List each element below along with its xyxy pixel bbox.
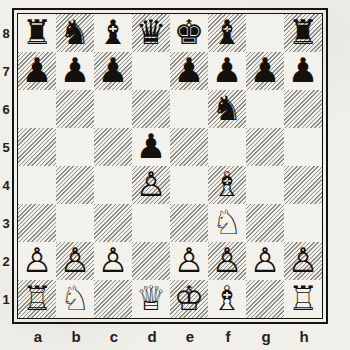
square-d5: ♟	[132, 128, 170, 166]
rank-label-2: 2	[0, 243, 12, 281]
file-labels: a b c d e f g h	[19, 328, 323, 346]
square-b1: ♘	[56, 280, 94, 318]
square-g6	[246, 90, 284, 128]
piece-black-pawn: ♟	[288, 53, 318, 87]
square-c4	[94, 166, 132, 204]
file-label-b: b	[57, 328, 95, 346]
square-c7: ♟	[94, 52, 132, 90]
piece-black-pawn: ♟	[60, 53, 90, 87]
square-f3: ♘	[208, 204, 246, 242]
file-label-d: d	[133, 328, 171, 346]
piece-white-pawn: ♙	[174, 243, 204, 277]
square-f7: ♟	[208, 52, 246, 90]
square-h4	[284, 166, 322, 204]
piece-black-pawn: ♟	[136, 129, 166, 163]
chess-board: ♜♞♝♛♚♝♜♟♟♟♟♟♟♟♞♟♙♗♘♙♙♙♙♙♙♙♖♘♕♔♗♖	[12, 8, 328, 324]
square-d7	[132, 52, 170, 90]
piece-white-pawn: ♙	[98, 243, 128, 277]
file-label-a: a	[19, 328, 57, 346]
file-label-c: c	[95, 328, 133, 346]
square-d8: ♛	[132, 14, 170, 52]
square-b4	[56, 166, 94, 204]
piece-black-bishop: ♝	[212, 15, 242, 49]
square-h2: ♙	[284, 242, 322, 280]
board-inner-frame: ♜♞♝♛♚♝♜♟♟♟♟♟♟♟♞♟♙♗♘♙♙♙♙♙♙♙♖♘♕♔♗♖	[17, 13, 323, 319]
rank-label-8: 8	[0, 15, 12, 53]
square-f5	[208, 128, 246, 166]
piece-black-pawn: ♟	[98, 53, 128, 87]
square-a4	[18, 166, 56, 204]
square-h6	[284, 90, 322, 128]
square-e1: ♔	[170, 280, 208, 318]
square-e5	[170, 128, 208, 166]
piece-white-queen: ♕	[136, 281, 166, 315]
square-a2: ♙	[18, 242, 56, 280]
square-a8: ♜	[18, 14, 56, 52]
square-a3	[18, 204, 56, 242]
piece-white-pawn: ♙	[250, 243, 280, 277]
square-g5	[246, 128, 284, 166]
rank-labels: 8 7 6 5 4 3 2 1	[0, 15, 12, 319]
square-d2	[132, 242, 170, 280]
file-label-f: f	[209, 328, 247, 346]
square-b3	[56, 204, 94, 242]
piece-black-queen: ♛	[136, 15, 166, 49]
board-grid: ♜♞♝♛♚♝♜♟♟♟♟♟♟♟♞♟♙♗♘♙♙♙♙♙♙♙♖♘♕♔♗♖	[18, 14, 322, 318]
piece-black-knight: ♞	[60, 15, 90, 49]
file-label-e: e	[171, 328, 209, 346]
square-d3	[132, 204, 170, 242]
piece-white-pawn: ♙	[288, 243, 318, 277]
square-e7: ♟	[170, 52, 208, 90]
square-h1: ♖	[284, 280, 322, 318]
piece-black-rook: ♜	[22, 15, 52, 49]
rank-label-3: 3	[0, 205, 12, 243]
square-f6: ♞	[208, 90, 246, 128]
square-c8: ♝	[94, 14, 132, 52]
square-g2: ♙	[246, 242, 284, 280]
piece-white-knight: ♘	[60, 281, 90, 315]
square-d6	[132, 90, 170, 128]
square-f1: ♗	[208, 280, 246, 318]
square-c5	[94, 128, 132, 166]
square-a5	[18, 128, 56, 166]
square-g8	[246, 14, 284, 52]
piece-white-pawn: ♙	[136, 167, 166, 201]
square-c1	[94, 280, 132, 318]
piece-white-rook: ♖	[288, 281, 318, 315]
square-b7: ♟	[56, 52, 94, 90]
square-d4: ♙	[132, 166, 170, 204]
square-g7: ♟	[246, 52, 284, 90]
square-e2: ♙	[170, 242, 208, 280]
square-c3	[94, 204, 132, 242]
piece-white-bishop: ♗	[212, 281, 242, 315]
piece-black-bishop: ♝	[98, 15, 128, 49]
piece-white-pawn: ♙	[60, 243, 90, 277]
file-label-g: g	[247, 328, 285, 346]
piece-white-knight: ♘	[212, 205, 242, 239]
square-c2: ♙	[94, 242, 132, 280]
square-b8: ♞	[56, 14, 94, 52]
piece-white-pawn: ♙	[212, 243, 242, 277]
square-e6	[170, 90, 208, 128]
piece-black-pawn: ♟	[22, 53, 52, 87]
square-f4: ♗	[208, 166, 246, 204]
piece-black-pawn: ♟	[212, 53, 242, 87]
rank-label-7: 7	[0, 53, 12, 91]
piece-black-rook: ♜	[288, 15, 318, 49]
square-f2: ♙	[208, 242, 246, 280]
square-g3	[246, 204, 284, 242]
square-f8: ♝	[208, 14, 246, 52]
piece-black-knight: ♞	[212, 91, 242, 125]
rank-label-4: 4	[0, 167, 12, 205]
piece-white-pawn: ♙	[22, 243, 52, 277]
piece-white-king: ♔	[174, 281, 204, 315]
square-h5	[284, 128, 322, 166]
square-b6	[56, 90, 94, 128]
square-b2: ♙	[56, 242, 94, 280]
square-h7: ♟	[284, 52, 322, 90]
square-d1: ♕	[132, 280, 170, 318]
square-h3	[284, 204, 322, 242]
piece-black-king: ♚	[174, 15, 204, 49]
square-b5	[56, 128, 94, 166]
square-c6	[94, 90, 132, 128]
square-g4	[246, 166, 284, 204]
square-a7: ♟	[18, 52, 56, 90]
square-e4	[170, 166, 208, 204]
square-e8: ♚	[170, 14, 208, 52]
piece-black-pawn: ♟	[250, 53, 280, 87]
square-h8: ♜	[284, 14, 322, 52]
square-e3	[170, 204, 208, 242]
square-a1: ♖	[18, 280, 56, 318]
piece-white-rook: ♖	[22, 281, 52, 315]
file-label-h: h	[285, 328, 323, 346]
rank-label-6: 6	[0, 91, 12, 129]
rank-label-1: 1	[0, 281, 12, 319]
rank-label-5: 5	[0, 129, 12, 167]
square-a6	[18, 90, 56, 128]
piece-black-pawn: ♟	[174, 53, 204, 87]
piece-white-bishop: ♗	[212, 167, 242, 201]
square-g1	[246, 280, 284, 318]
